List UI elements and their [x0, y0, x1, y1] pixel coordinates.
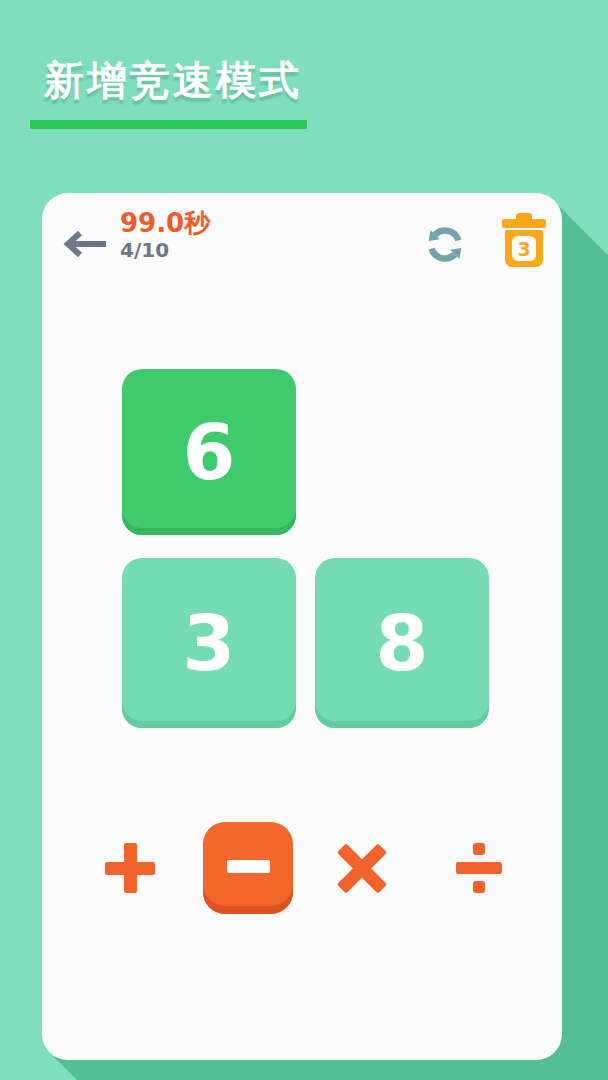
trash-lid — [502, 219, 546, 228]
operator-times-button[interactable] — [316, 821, 408, 915]
game-card: 99.0秒 4/10 3 6 3 8 — [42, 193, 562, 1060]
number-tile-8[interactable]: 8 — [315, 558, 489, 728]
trash-count-badge: 3 — [512, 236, 536, 261]
number-tile-6[interactable]: 6 — [122, 369, 296, 535]
minus-icon — [227, 860, 270, 873]
operator-plus-button[interactable] — [84, 821, 176, 915]
operator-divide-button[interactable] — [433, 821, 525, 915]
refresh-button[interactable] — [423, 221, 467, 267]
trash-button[interactable]: 3 — [501, 213, 547, 268]
back-button[interactable] — [62, 230, 108, 258]
timer-label: 99.0秒 — [120, 209, 210, 239]
operator-minus-button-selected[interactable] — [202, 821, 294, 915]
selected-operator-tile — [203, 822, 293, 914]
timer-block: 99.0秒 4/10 — [120, 209, 210, 262]
title-underline — [30, 120, 307, 129]
empty-cell — [315, 369, 489, 535]
page-title: 新增竞速模式 — [44, 56, 302, 104]
progress-label: 4/10 — [120, 239, 210, 262]
trash-body: 3 — [505, 230, 543, 267]
divide-icon — [456, 843, 502, 893]
times-icon — [337, 843, 387, 893]
refresh-icon — [429, 230, 462, 259]
back-arrow-icon — [68, 233, 106, 255]
tile-board: 6 3 8 — [122, 369, 489, 728]
plus-icon — [105, 843, 155, 893]
number-tile-3[interactable]: 3 — [122, 558, 296, 728]
